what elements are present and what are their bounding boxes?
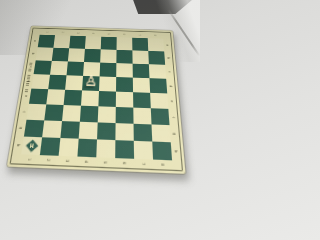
square xyxy=(46,89,65,105)
square xyxy=(98,106,116,123)
square xyxy=(152,124,171,142)
square xyxy=(69,36,86,49)
square xyxy=(65,75,83,90)
square xyxy=(132,38,148,51)
square xyxy=(67,61,84,75)
square xyxy=(97,122,116,140)
square xyxy=(36,47,54,61)
square xyxy=(60,121,79,139)
square xyxy=(149,64,166,79)
square xyxy=(115,140,134,159)
square xyxy=(98,91,116,107)
square xyxy=(79,122,98,140)
square xyxy=(148,38,164,51)
square xyxy=(77,139,97,158)
square xyxy=(117,37,133,50)
playing-grid: ♙ xyxy=(21,35,172,161)
square xyxy=(134,124,153,142)
square xyxy=(59,138,79,157)
square xyxy=(151,108,170,125)
square xyxy=(115,123,133,141)
square xyxy=(132,50,148,64)
square xyxy=(116,63,133,77)
chessboard: 12345678 12345678 abcdefgh abcdefgh ♙ xyxy=(7,26,186,174)
square xyxy=(116,50,132,64)
square xyxy=(27,104,47,121)
square xyxy=(50,61,68,75)
square xyxy=(116,77,133,92)
square xyxy=(134,141,153,160)
square xyxy=(116,92,133,108)
square xyxy=(38,35,55,48)
square xyxy=(133,78,150,93)
square xyxy=(21,137,42,156)
vinyl-board: 12345678 12345678 abcdefgh abcdefgh ♙ xyxy=(7,26,186,174)
square xyxy=(34,60,52,74)
square xyxy=(116,107,134,124)
square xyxy=(68,48,85,62)
square xyxy=(80,106,99,123)
corner-logo xyxy=(26,140,38,152)
square xyxy=(24,120,44,138)
square xyxy=(152,142,172,161)
square xyxy=(53,35,70,48)
square xyxy=(100,63,117,77)
square xyxy=(29,89,48,105)
white-pawn: ♙ xyxy=(84,75,98,89)
square xyxy=(96,139,115,158)
square xyxy=(133,108,151,125)
square xyxy=(40,137,61,156)
square xyxy=(81,90,99,106)
photo-scene: 12345678 12345678 abcdefgh abcdefgh ♙ xyxy=(0,0,200,200)
square: ♙ xyxy=(82,76,100,91)
square xyxy=(148,51,165,65)
square xyxy=(101,37,117,50)
square xyxy=(52,48,69,62)
square xyxy=(42,120,62,138)
square xyxy=(133,64,150,79)
square xyxy=(48,75,66,90)
square xyxy=(62,105,81,122)
square xyxy=(44,104,63,121)
square xyxy=(64,90,82,106)
square xyxy=(85,36,101,49)
square xyxy=(150,93,168,109)
square xyxy=(31,74,50,89)
square xyxy=(133,92,151,108)
square xyxy=(99,76,116,91)
square xyxy=(149,78,167,93)
square xyxy=(84,49,101,63)
square xyxy=(100,49,116,63)
